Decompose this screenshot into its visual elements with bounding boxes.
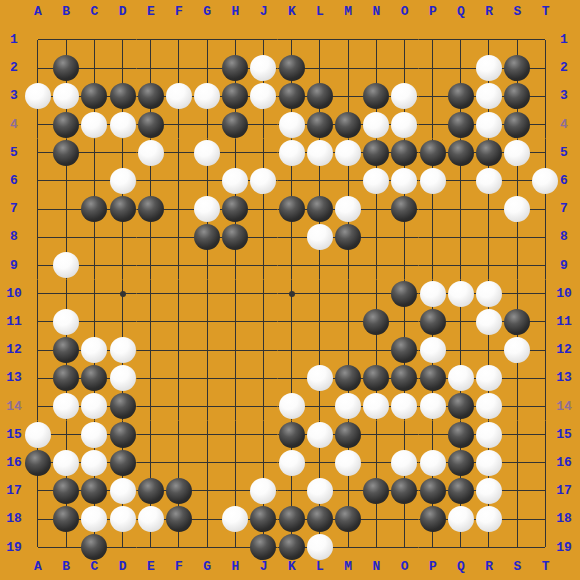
- point-C9[interactable]: [80, 251, 108, 279]
- point-N2[interactable]: [362, 54, 390, 82]
- point-F19[interactable]: [165, 533, 193, 561]
- point-G1[interactable]: [193, 26, 221, 54]
- point-D4[interactable]: [108, 110, 136, 138]
- point-J1[interactable]: [249, 26, 277, 54]
- point-Q12[interactable]: [447, 336, 475, 364]
- point-O15[interactable]: [390, 421, 418, 449]
- point-L4[interactable]: [306, 110, 334, 138]
- point-L6[interactable]: [306, 167, 334, 195]
- point-R18[interactable]: [475, 505, 503, 533]
- point-K11[interactable]: [278, 308, 306, 336]
- point-C14[interactable]: [80, 392, 108, 420]
- point-K17[interactable]: [278, 477, 306, 505]
- point-A6[interactable]: [24, 167, 52, 195]
- point-N10[interactable]: [362, 280, 390, 308]
- point-K1[interactable]: [278, 26, 306, 54]
- point-L8[interactable]: [306, 223, 334, 251]
- point-H19[interactable]: [221, 533, 249, 561]
- point-P11[interactable]: [419, 308, 447, 336]
- point-S10[interactable]: [503, 280, 531, 308]
- point-A18[interactable]: [24, 505, 52, 533]
- point-O14[interactable]: [390, 392, 418, 420]
- point-K15[interactable]: [278, 421, 306, 449]
- point-O3[interactable]: [390, 82, 418, 110]
- point-G2[interactable]: [193, 54, 221, 82]
- point-K18[interactable]: [278, 505, 306, 533]
- point-J8[interactable]: [249, 223, 277, 251]
- point-P9[interactable]: [419, 251, 447, 279]
- point-E2[interactable]: [137, 54, 165, 82]
- point-L3[interactable]: [306, 82, 334, 110]
- point-P3[interactable]: [419, 82, 447, 110]
- point-H12[interactable]: [221, 336, 249, 364]
- point-B14[interactable]: [52, 392, 80, 420]
- point-L9[interactable]: [306, 251, 334, 279]
- point-J16[interactable]: [249, 449, 277, 477]
- point-L13[interactable]: [306, 364, 334, 392]
- point-B13[interactable]: [52, 364, 80, 392]
- point-R19[interactable]: [475, 533, 503, 561]
- point-D17[interactable]: [108, 477, 136, 505]
- point-R2[interactable]: [475, 54, 503, 82]
- point-D10[interactable]: [108, 280, 136, 308]
- point-B12[interactable]: [52, 336, 80, 364]
- point-A16[interactable]: [24, 449, 52, 477]
- point-Q2[interactable]: [447, 54, 475, 82]
- point-A1[interactable]: [24, 26, 52, 54]
- point-L12[interactable]: [306, 336, 334, 364]
- point-F17[interactable]: [165, 477, 193, 505]
- point-A5[interactable]: [24, 139, 52, 167]
- point-C2[interactable]: [80, 54, 108, 82]
- point-R14[interactable]: [475, 392, 503, 420]
- point-N15[interactable]: [362, 421, 390, 449]
- point-O17[interactable]: [390, 477, 418, 505]
- point-Q4[interactable]: [447, 110, 475, 138]
- point-B4[interactable]: [52, 110, 80, 138]
- point-C5[interactable]: [80, 139, 108, 167]
- point-O6[interactable]: [390, 167, 418, 195]
- point-Q1[interactable]: [447, 26, 475, 54]
- point-L17[interactable]: [306, 477, 334, 505]
- point-Q14[interactable]: [447, 392, 475, 420]
- point-K4[interactable]: [278, 110, 306, 138]
- point-E11[interactable]: [137, 308, 165, 336]
- point-Q18[interactable]: [447, 505, 475, 533]
- point-B16[interactable]: [52, 449, 80, 477]
- point-E12[interactable]: [137, 336, 165, 364]
- point-F7[interactable]: [165, 195, 193, 223]
- point-P8[interactable]: [419, 223, 447, 251]
- point-P10[interactable]: [419, 280, 447, 308]
- point-M4[interactable]: [334, 110, 362, 138]
- point-Q6[interactable]: [447, 167, 475, 195]
- point-N14[interactable]: [362, 392, 390, 420]
- point-L10[interactable]: [306, 280, 334, 308]
- point-H17[interactable]: [221, 477, 249, 505]
- point-S19[interactable]: [503, 533, 531, 561]
- point-S8[interactable]: [503, 223, 531, 251]
- point-P17[interactable]: [419, 477, 447, 505]
- point-H1[interactable]: [221, 26, 249, 54]
- point-B7[interactable]: [52, 195, 80, 223]
- point-E15[interactable]: [137, 421, 165, 449]
- point-K9[interactable]: [278, 251, 306, 279]
- point-J18[interactable]: [249, 505, 277, 533]
- point-E5[interactable]: [137, 139, 165, 167]
- point-F3[interactable]: [165, 82, 193, 110]
- point-K6[interactable]: [278, 167, 306, 195]
- point-O16[interactable]: [390, 449, 418, 477]
- point-G14[interactable]: [193, 392, 221, 420]
- point-O13[interactable]: [390, 364, 418, 392]
- point-S6[interactable]: [503, 167, 531, 195]
- point-B5[interactable]: [52, 139, 80, 167]
- point-M16[interactable]: [334, 449, 362, 477]
- point-J14[interactable]: [249, 392, 277, 420]
- point-D19[interactable]: [108, 533, 136, 561]
- point-B18[interactable]: [52, 505, 80, 533]
- point-N3[interactable]: [362, 82, 390, 110]
- point-K12[interactable]: [278, 336, 306, 364]
- point-N13[interactable]: [362, 364, 390, 392]
- point-O11[interactable]: [390, 308, 418, 336]
- point-R13[interactable]: [475, 364, 503, 392]
- point-J19[interactable]: [249, 533, 277, 561]
- point-D7[interactable]: [108, 195, 136, 223]
- point-L2[interactable]: [306, 54, 334, 82]
- point-S14[interactable]: [503, 392, 531, 420]
- point-C12[interactable]: [80, 336, 108, 364]
- point-P1[interactable]: [419, 26, 447, 54]
- point-L15[interactable]: [306, 421, 334, 449]
- point-J15[interactable]: [249, 421, 277, 449]
- point-O8[interactable]: [390, 223, 418, 251]
- point-B15[interactable]: [52, 421, 80, 449]
- point-E3[interactable]: [137, 82, 165, 110]
- point-P7[interactable]: [419, 195, 447, 223]
- point-B17[interactable]: [52, 477, 80, 505]
- point-L7[interactable]: [306, 195, 334, 223]
- point-G9[interactable]: [193, 251, 221, 279]
- point-A19[interactable]: [24, 533, 52, 561]
- point-R11[interactable]: [475, 308, 503, 336]
- point-M13[interactable]: [334, 364, 362, 392]
- point-C3[interactable]: [80, 82, 108, 110]
- point-C13[interactable]: [80, 364, 108, 392]
- point-B9[interactable]: [52, 251, 80, 279]
- point-R10[interactable]: [475, 280, 503, 308]
- point-D16[interactable]: [108, 449, 136, 477]
- point-K19[interactable]: [278, 533, 306, 561]
- point-O1[interactable]: [390, 26, 418, 54]
- point-D18[interactable]: [108, 505, 136, 533]
- point-C10[interactable]: [80, 280, 108, 308]
- point-J6[interactable]: [249, 167, 277, 195]
- point-F14[interactable]: [165, 392, 193, 420]
- point-C1[interactable]: [80, 26, 108, 54]
- point-F5[interactable]: [165, 139, 193, 167]
- point-O10[interactable]: [390, 280, 418, 308]
- point-D8[interactable]: [108, 223, 136, 251]
- point-M9[interactable]: [334, 251, 362, 279]
- point-C17[interactable]: [80, 477, 108, 505]
- point-G3[interactable]: [193, 82, 221, 110]
- point-F11[interactable]: [165, 308, 193, 336]
- point-B11[interactable]: [52, 308, 80, 336]
- point-L5[interactable]: [306, 139, 334, 167]
- point-K13[interactable]: [278, 364, 306, 392]
- point-C11[interactable]: [80, 308, 108, 336]
- point-N4[interactable]: [362, 110, 390, 138]
- point-S7[interactable]: [503, 195, 531, 223]
- point-E4[interactable]: [137, 110, 165, 138]
- point-A7[interactable]: [24, 195, 52, 223]
- point-H3[interactable]: [221, 82, 249, 110]
- point-A11[interactable]: [24, 308, 52, 336]
- point-S1[interactable]: [503, 26, 531, 54]
- point-O5[interactable]: [390, 139, 418, 167]
- point-M3[interactable]: [334, 82, 362, 110]
- point-Q8[interactable]: [447, 223, 475, 251]
- point-Q11[interactable]: [447, 308, 475, 336]
- point-A4[interactable]: [24, 110, 52, 138]
- point-N7[interactable]: [362, 195, 390, 223]
- point-L19[interactable]: [306, 533, 334, 561]
- point-Q16[interactable]: [447, 449, 475, 477]
- point-P16[interactable]: [419, 449, 447, 477]
- point-D5[interactable]: [108, 139, 136, 167]
- point-P5[interactable]: [419, 139, 447, 167]
- point-N12[interactable]: [362, 336, 390, 364]
- point-M6[interactable]: [334, 167, 362, 195]
- point-L1[interactable]: [306, 26, 334, 54]
- point-F16[interactable]: [165, 449, 193, 477]
- point-L16[interactable]: [306, 449, 334, 477]
- point-N11[interactable]: [362, 308, 390, 336]
- point-N5[interactable]: [362, 139, 390, 167]
- point-J17[interactable]: [249, 477, 277, 505]
- point-A8[interactable]: [24, 223, 52, 251]
- point-E7[interactable]: [137, 195, 165, 223]
- point-M14[interactable]: [334, 392, 362, 420]
- point-N16[interactable]: [362, 449, 390, 477]
- point-C4[interactable]: [80, 110, 108, 138]
- point-M10[interactable]: [334, 280, 362, 308]
- point-S5[interactable]: [503, 139, 531, 167]
- point-H8[interactable]: [221, 223, 249, 251]
- point-R9[interactable]: [475, 251, 503, 279]
- point-S17[interactable]: [503, 477, 531, 505]
- point-Q17[interactable]: [447, 477, 475, 505]
- point-N17[interactable]: [362, 477, 390, 505]
- point-F10[interactable]: [165, 280, 193, 308]
- point-E8[interactable]: [137, 223, 165, 251]
- point-P14[interactable]: [419, 392, 447, 420]
- point-J9[interactable]: [249, 251, 277, 279]
- point-N9[interactable]: [362, 251, 390, 279]
- point-E1[interactable]: [137, 26, 165, 54]
- point-A9[interactable]: [24, 251, 52, 279]
- point-F18[interactable]: [165, 505, 193, 533]
- point-R6[interactable]: [475, 167, 503, 195]
- point-K7[interactable]: [278, 195, 306, 223]
- point-R15[interactable]: [475, 421, 503, 449]
- point-F2[interactable]: [165, 54, 193, 82]
- point-E18[interactable]: [137, 505, 165, 533]
- point-F6[interactable]: [165, 167, 193, 195]
- point-K2[interactable]: [278, 54, 306, 82]
- point-D12[interactable]: [108, 336, 136, 364]
- point-B19[interactable]: [52, 533, 80, 561]
- point-F4[interactable]: [165, 110, 193, 138]
- point-J4[interactable]: [249, 110, 277, 138]
- point-L18[interactable]: [306, 505, 334, 533]
- point-E16[interactable]: [137, 449, 165, 477]
- point-O19[interactable]: [390, 533, 418, 561]
- point-A14[interactable]: [24, 392, 52, 420]
- point-G6[interactable]: [193, 167, 221, 195]
- point-C19[interactable]: [80, 533, 108, 561]
- point-L14[interactable]: [306, 392, 334, 420]
- point-H10[interactable]: [221, 280, 249, 308]
- point-P18[interactable]: [419, 505, 447, 533]
- point-R1[interactable]: [475, 26, 503, 54]
- point-N19[interactable]: [362, 533, 390, 561]
- point-E17[interactable]: [137, 477, 165, 505]
- point-P15[interactable]: [419, 421, 447, 449]
- point-S2[interactable]: [503, 54, 531, 82]
- point-G4[interactable]: [193, 110, 221, 138]
- point-O18[interactable]: [390, 505, 418, 533]
- point-A2[interactable]: [24, 54, 52, 82]
- point-H16[interactable]: [221, 449, 249, 477]
- point-R7[interactable]: [475, 195, 503, 223]
- point-H15[interactable]: [221, 421, 249, 449]
- point-Q15[interactable]: [447, 421, 475, 449]
- point-D11[interactable]: [108, 308, 136, 336]
- point-D13[interactable]: [108, 364, 136, 392]
- point-G7[interactable]: [193, 195, 221, 223]
- point-R12[interactable]: [475, 336, 503, 364]
- point-J7[interactable]: [249, 195, 277, 223]
- point-D9[interactable]: [108, 251, 136, 279]
- point-B8[interactable]: [52, 223, 80, 251]
- point-A13[interactable]: [24, 364, 52, 392]
- point-H4[interactable]: [221, 110, 249, 138]
- point-C7[interactable]: [80, 195, 108, 223]
- point-F9[interactable]: [165, 251, 193, 279]
- point-C8[interactable]: [80, 223, 108, 251]
- point-H18[interactable]: [221, 505, 249, 533]
- point-E14[interactable]: [137, 392, 165, 420]
- point-G11[interactable]: [193, 308, 221, 336]
- point-E6[interactable]: [137, 167, 165, 195]
- point-H13[interactable]: [221, 364, 249, 392]
- point-A15[interactable]: [24, 421, 52, 449]
- point-Q9[interactable]: [447, 251, 475, 279]
- point-M8[interactable]: [334, 223, 362, 251]
- point-F12[interactable]: [165, 336, 193, 364]
- point-D15[interactable]: [108, 421, 136, 449]
- point-S9[interactable]: [503, 251, 531, 279]
- point-S13[interactable]: [503, 364, 531, 392]
- point-R16[interactable]: [475, 449, 503, 477]
- point-A10[interactable]: [24, 280, 52, 308]
- point-C6[interactable]: [80, 167, 108, 195]
- point-O4[interactable]: [390, 110, 418, 138]
- point-O9[interactable]: [390, 251, 418, 279]
- point-E19[interactable]: [137, 533, 165, 561]
- point-J13[interactable]: [249, 364, 277, 392]
- point-N18[interactable]: [362, 505, 390, 533]
- point-K3[interactable]: [278, 82, 306, 110]
- point-B2[interactable]: [52, 54, 80, 82]
- point-S11[interactable]: [503, 308, 531, 336]
- point-S4[interactable]: [503, 110, 531, 138]
- point-M1[interactable]: [334, 26, 362, 54]
- point-B3[interactable]: [52, 82, 80, 110]
- point-M15[interactable]: [334, 421, 362, 449]
- point-F13[interactable]: [165, 364, 193, 392]
- point-R3[interactable]: [475, 82, 503, 110]
- point-A17[interactable]: [24, 477, 52, 505]
- point-J10[interactable]: [249, 280, 277, 308]
- point-K8[interactable]: [278, 223, 306, 251]
- point-S16[interactable]: [503, 449, 531, 477]
- point-J2[interactable]: [249, 54, 277, 82]
- point-C15[interactable]: [80, 421, 108, 449]
- point-G5[interactable]: [193, 139, 221, 167]
- point-N1[interactable]: [362, 26, 390, 54]
- point-K14[interactable]: [278, 392, 306, 420]
- point-Q5[interactable]: [447, 139, 475, 167]
- point-J3[interactable]: [249, 82, 277, 110]
- point-O12[interactable]: [390, 336, 418, 364]
- point-D14[interactable]: [108, 392, 136, 420]
- point-S3[interactable]: [503, 82, 531, 110]
- point-H5[interactable]: [221, 139, 249, 167]
- point-A12[interactable]: [24, 336, 52, 364]
- point-M11[interactable]: [334, 308, 362, 336]
- point-D1[interactable]: [108, 26, 136, 54]
- point-Q3[interactable]: [447, 82, 475, 110]
- point-G17[interactable]: [193, 477, 221, 505]
- point-B6[interactable]: [52, 167, 80, 195]
- point-G10[interactable]: [193, 280, 221, 308]
- point-J11[interactable]: [249, 308, 277, 336]
- point-M5[interactable]: [334, 139, 362, 167]
- point-Q10[interactable]: [447, 280, 475, 308]
- point-P4[interactable]: [419, 110, 447, 138]
- point-K16[interactable]: [278, 449, 306, 477]
- point-P13[interactable]: [419, 364, 447, 392]
- point-H14[interactable]: [221, 392, 249, 420]
- point-L11[interactable]: [306, 308, 334, 336]
- point-C18[interactable]: [80, 505, 108, 533]
- point-J12[interactable]: [249, 336, 277, 364]
- point-H7[interactable]: [221, 195, 249, 223]
- point-R4[interactable]: [475, 110, 503, 138]
- point-A3[interactable]: [24, 82, 52, 110]
- point-O2[interactable]: [390, 54, 418, 82]
- point-N6[interactable]: [362, 167, 390, 195]
- point-B1[interactable]: [52, 26, 80, 54]
- point-H9[interactable]: [221, 251, 249, 279]
- point-P19[interactable]: [419, 533, 447, 561]
- point-R17[interactable]: [475, 477, 503, 505]
- point-H2[interactable]: [221, 54, 249, 82]
